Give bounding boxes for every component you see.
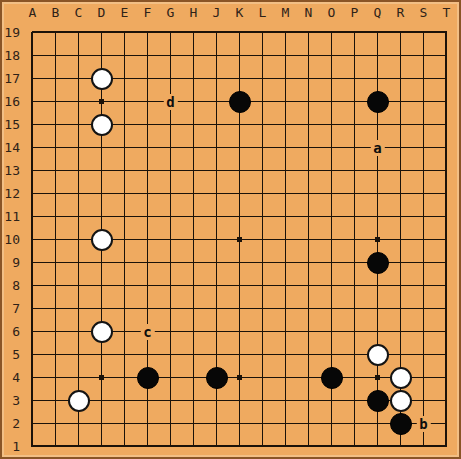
point-Q3[interactable] [366,389,389,412]
point-F2[interactable] [136,412,159,435]
point-H18[interactable] [182,44,205,67]
point-A16[interactable] [21,90,44,113]
point-Q16[interactable] [366,90,389,113]
point-D7[interactable] [90,297,113,320]
point-B12[interactable] [44,182,67,205]
point-M5[interactable] [274,343,297,366]
point-O16[interactable] [320,90,343,113]
point-B1[interactable] [44,435,67,458]
point-N17[interactable] [297,67,320,90]
point-M3[interactable] [274,389,297,412]
point-M2[interactable] [274,412,297,435]
point-R18[interactable] [389,44,412,67]
point-G7[interactable] [159,297,182,320]
point-C16[interactable] [67,90,90,113]
point-R11[interactable] [389,205,412,228]
point-J13[interactable] [205,159,228,182]
point-F4[interactable] [136,366,159,389]
point-G18[interactable] [159,44,182,67]
point-S17[interactable] [412,67,435,90]
point-G6[interactable] [159,320,182,343]
point-M11[interactable] [274,205,297,228]
point-C6[interactable] [67,320,90,343]
point-M17[interactable] [274,67,297,90]
point-L17[interactable] [251,67,274,90]
point-C5[interactable] [67,343,90,366]
point-H9[interactable] [182,251,205,274]
point-P15[interactable] [343,113,366,136]
point-A6[interactable] [21,320,44,343]
point-K10[interactable] [228,228,251,251]
point-E16[interactable] [113,90,136,113]
point-R19[interactable] [389,21,412,44]
point-P16[interactable] [343,90,366,113]
point-Q14[interactable]: a [366,136,389,159]
point-B7[interactable] [44,297,67,320]
point-Q12[interactable] [366,182,389,205]
point-J18[interactable] [205,44,228,67]
point-D4[interactable] [90,366,113,389]
point-S14[interactable] [412,136,435,159]
point-P8[interactable] [343,274,366,297]
point-A17[interactable] [21,67,44,90]
point-G11[interactable] [159,205,182,228]
point-D11[interactable] [90,205,113,228]
point-P3[interactable] [343,389,366,412]
point-R2[interactable] [389,412,412,435]
point-J7[interactable] [205,297,228,320]
point-M7[interactable] [274,297,297,320]
point-T19[interactable] [435,21,458,44]
point-P10[interactable] [343,228,366,251]
point-T9[interactable] [435,251,458,274]
point-H19[interactable] [182,21,205,44]
point-Q19[interactable] [366,21,389,44]
point-J1[interactable] [205,435,228,458]
point-H7[interactable] [182,297,205,320]
point-G19[interactable] [159,21,182,44]
point-C17[interactable] [67,67,90,90]
point-J5[interactable] [205,343,228,366]
point-S12[interactable] [412,182,435,205]
point-C13[interactable] [67,159,90,182]
point-F18[interactable] [136,44,159,67]
point-D3[interactable] [90,389,113,412]
point-B5[interactable] [44,343,67,366]
point-R9[interactable] [389,251,412,274]
point-F9[interactable] [136,251,159,274]
point-K4[interactable] [228,366,251,389]
point-N13[interactable] [297,159,320,182]
point-S19[interactable] [412,21,435,44]
point-P11[interactable] [343,205,366,228]
point-M4[interactable] [274,366,297,389]
point-K2[interactable] [228,412,251,435]
point-K17[interactable] [228,67,251,90]
point-K14[interactable] [228,136,251,159]
point-B17[interactable] [44,67,67,90]
point-S11[interactable] [412,205,435,228]
point-M6[interactable] [274,320,297,343]
point-P5[interactable] [343,343,366,366]
point-S13[interactable] [412,159,435,182]
point-L12[interactable] [251,182,274,205]
point-C10[interactable] [67,228,90,251]
point-P2[interactable] [343,412,366,435]
point-K15[interactable] [228,113,251,136]
point-E9[interactable] [113,251,136,274]
point-P6[interactable] [343,320,366,343]
point-R14[interactable] [389,136,412,159]
point-A15[interactable] [21,113,44,136]
point-B18[interactable] [44,44,67,67]
point-T2[interactable] [435,412,458,435]
point-B6[interactable] [44,320,67,343]
point-H6[interactable] [182,320,205,343]
point-K1[interactable] [228,435,251,458]
point-M18[interactable] [274,44,297,67]
point-G16[interactable]: d [159,90,182,113]
point-P13[interactable] [343,159,366,182]
point-G15[interactable] [159,113,182,136]
point-R1[interactable] [389,435,412,458]
point-G5[interactable] [159,343,182,366]
point-F6[interactable]: c [136,320,159,343]
point-A18[interactable] [21,44,44,67]
point-T12[interactable] [435,182,458,205]
point-Q18[interactable] [366,44,389,67]
point-M16[interactable] [274,90,297,113]
point-L4[interactable] [251,366,274,389]
point-H14[interactable] [182,136,205,159]
point-T18[interactable] [435,44,458,67]
point-R12[interactable] [389,182,412,205]
point-N16[interactable] [297,90,320,113]
point-K8[interactable] [228,274,251,297]
point-G4[interactable] [159,366,182,389]
point-D19[interactable] [90,21,113,44]
point-A2[interactable] [21,412,44,435]
point-S7[interactable] [412,297,435,320]
point-O15[interactable] [320,113,343,136]
point-J8[interactable] [205,274,228,297]
point-F14[interactable] [136,136,159,159]
point-N11[interactable] [297,205,320,228]
point-T10[interactable] [435,228,458,251]
point-E19[interactable] [113,21,136,44]
point-N5[interactable] [297,343,320,366]
point-R3[interactable] [389,389,412,412]
point-N12[interactable] [297,182,320,205]
point-D14[interactable] [90,136,113,159]
point-O13[interactable] [320,159,343,182]
point-D12[interactable] [90,182,113,205]
point-M12[interactable] [274,182,297,205]
point-T7[interactable] [435,297,458,320]
point-M13[interactable] [274,159,297,182]
point-C12[interactable] [67,182,90,205]
point-D5[interactable] [90,343,113,366]
point-E13[interactable] [113,159,136,182]
point-M8[interactable] [274,274,297,297]
point-Q6[interactable] [366,320,389,343]
point-D17[interactable] [90,67,113,90]
point-F1[interactable] [136,435,159,458]
point-F15[interactable] [136,113,159,136]
point-J12[interactable] [205,182,228,205]
point-S4[interactable] [412,366,435,389]
point-C2[interactable] [67,412,90,435]
point-A14[interactable] [21,136,44,159]
point-H15[interactable] [182,113,205,136]
point-T6[interactable] [435,320,458,343]
point-T17[interactable] [435,67,458,90]
point-L19[interactable] [251,21,274,44]
point-P1[interactable] [343,435,366,458]
point-C8[interactable] [67,274,90,297]
point-O19[interactable] [320,21,343,44]
point-P18[interactable] [343,44,366,67]
point-F3[interactable] [136,389,159,412]
point-A4[interactable] [21,366,44,389]
point-L7[interactable] [251,297,274,320]
point-G8[interactable] [159,274,182,297]
point-E5[interactable] [113,343,136,366]
point-H11[interactable] [182,205,205,228]
point-D1[interactable] [90,435,113,458]
point-S16[interactable] [412,90,435,113]
point-F8[interactable] [136,274,159,297]
point-H8[interactable] [182,274,205,297]
point-J14[interactable] [205,136,228,159]
point-O14[interactable] [320,136,343,159]
point-R13[interactable] [389,159,412,182]
point-B19[interactable] [44,21,67,44]
point-M10[interactable] [274,228,297,251]
point-D9[interactable] [90,251,113,274]
point-A5[interactable] [21,343,44,366]
point-Q1[interactable] [366,435,389,458]
point-O10[interactable] [320,228,343,251]
point-N18[interactable] [297,44,320,67]
point-E14[interactable] [113,136,136,159]
point-B14[interactable] [44,136,67,159]
point-J19[interactable] [205,21,228,44]
point-C19[interactable] [67,21,90,44]
point-C15[interactable] [67,113,90,136]
point-C4[interactable] [67,366,90,389]
point-T8[interactable] [435,274,458,297]
point-F13[interactable] [136,159,159,182]
point-K19[interactable] [228,21,251,44]
point-A11[interactable] [21,205,44,228]
point-N14[interactable] [297,136,320,159]
point-Q15[interactable] [366,113,389,136]
point-H16[interactable] [182,90,205,113]
point-S10[interactable] [412,228,435,251]
point-H12[interactable] [182,182,205,205]
point-L10[interactable] [251,228,274,251]
point-N4[interactable] [297,366,320,389]
point-P4[interactable] [343,366,366,389]
point-O11[interactable] [320,205,343,228]
point-S18[interactable] [412,44,435,67]
point-O17[interactable] [320,67,343,90]
point-G2[interactable] [159,412,182,435]
point-F11[interactable] [136,205,159,228]
point-O5[interactable] [320,343,343,366]
point-L2[interactable] [251,412,274,435]
point-S6[interactable] [412,320,435,343]
point-L11[interactable] [251,205,274,228]
point-R8[interactable] [389,274,412,297]
point-N2[interactable] [297,412,320,435]
point-D2[interactable] [90,412,113,435]
point-L1[interactable] [251,435,274,458]
point-A1[interactable] [21,435,44,458]
point-L16[interactable] [251,90,274,113]
point-M14[interactable] [274,136,297,159]
point-F12[interactable] [136,182,159,205]
point-C9[interactable] [67,251,90,274]
point-T5[interactable] [435,343,458,366]
point-O9[interactable] [320,251,343,274]
point-H10[interactable] [182,228,205,251]
point-T11[interactable] [435,205,458,228]
point-B11[interactable] [44,205,67,228]
point-O6[interactable] [320,320,343,343]
point-H4[interactable] [182,366,205,389]
point-H17[interactable] [182,67,205,90]
point-R4[interactable] [389,366,412,389]
point-Q4[interactable] [366,366,389,389]
point-B4[interactable] [44,366,67,389]
point-P19[interactable] [343,21,366,44]
point-E4[interactable] [113,366,136,389]
point-K13[interactable] [228,159,251,182]
point-B8[interactable] [44,274,67,297]
point-P9[interactable] [343,251,366,274]
point-J6[interactable] [205,320,228,343]
point-S15[interactable] [412,113,435,136]
point-H3[interactable] [182,389,205,412]
point-S9[interactable] [412,251,435,274]
point-A7[interactable] [21,297,44,320]
point-S2[interactable]: b [412,412,435,435]
point-A9[interactable] [21,251,44,274]
point-K18[interactable] [228,44,251,67]
point-P17[interactable] [343,67,366,90]
point-K3[interactable] [228,389,251,412]
point-E2[interactable] [113,412,136,435]
point-A8[interactable] [21,274,44,297]
point-E11[interactable] [113,205,136,228]
point-F7[interactable] [136,297,159,320]
point-E18[interactable] [113,44,136,67]
point-M19[interactable] [274,21,297,44]
point-F17[interactable] [136,67,159,90]
point-J15[interactable] [205,113,228,136]
point-L15[interactable] [251,113,274,136]
point-D15[interactable] [90,113,113,136]
point-R10[interactable] [389,228,412,251]
point-S8[interactable] [412,274,435,297]
point-B2[interactable] [44,412,67,435]
point-E6[interactable] [113,320,136,343]
point-L8[interactable] [251,274,274,297]
point-E15[interactable] [113,113,136,136]
point-F5[interactable] [136,343,159,366]
point-J3[interactable] [205,389,228,412]
point-O7[interactable] [320,297,343,320]
point-G13[interactable] [159,159,182,182]
point-B15[interactable] [44,113,67,136]
point-E10[interactable] [113,228,136,251]
point-A19[interactable] [21,21,44,44]
point-M9[interactable] [274,251,297,274]
point-G10[interactable] [159,228,182,251]
point-F10[interactable] [136,228,159,251]
point-L18[interactable] [251,44,274,67]
point-O18[interactable] [320,44,343,67]
point-T16[interactable] [435,90,458,113]
point-B3[interactable] [44,389,67,412]
point-O4[interactable] [320,366,343,389]
point-C7[interactable] [67,297,90,320]
point-T1[interactable] [435,435,458,458]
point-C1[interactable] [67,435,90,458]
point-K11[interactable] [228,205,251,228]
point-N15[interactable] [297,113,320,136]
point-G12[interactable] [159,182,182,205]
point-N7[interactable] [297,297,320,320]
point-O2[interactable] [320,412,343,435]
point-K6[interactable] [228,320,251,343]
point-H1[interactable] [182,435,205,458]
point-Q10[interactable] [366,228,389,251]
point-S1[interactable] [412,435,435,458]
point-O3[interactable] [320,389,343,412]
point-A13[interactable] [21,159,44,182]
point-Q7[interactable] [366,297,389,320]
point-D18[interactable] [90,44,113,67]
point-E1[interactable] [113,435,136,458]
point-T15[interactable] [435,113,458,136]
point-K7[interactable] [228,297,251,320]
point-G9[interactable] [159,251,182,274]
point-C14[interactable] [67,136,90,159]
point-L9[interactable] [251,251,274,274]
point-D8[interactable] [90,274,113,297]
point-L6[interactable] [251,320,274,343]
point-O1[interactable] [320,435,343,458]
point-Q5[interactable] [366,343,389,366]
point-C18[interactable] [67,44,90,67]
point-J11[interactable] [205,205,228,228]
point-J10[interactable] [205,228,228,251]
point-R7[interactable] [389,297,412,320]
point-G1[interactable] [159,435,182,458]
point-M1[interactable] [274,435,297,458]
point-A10[interactable] [21,228,44,251]
point-G17[interactable] [159,67,182,90]
point-R17[interactable] [389,67,412,90]
point-N1[interactable] [297,435,320,458]
point-D13[interactable] [90,159,113,182]
point-S5[interactable] [412,343,435,366]
point-K5[interactable] [228,343,251,366]
point-Q17[interactable] [366,67,389,90]
